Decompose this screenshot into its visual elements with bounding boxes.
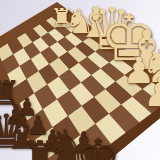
black-king[interactable]: ♚ (76, 132, 121, 161)
pieces-layer: ♜♞♝♛♚♝♞♟♜♟♟♟♟♛♝♟♟♞♜♚ (0, 0, 160, 160)
white-pawn[interactable]: ♟ (143, 72, 160, 112)
black-rook[interactable]: ♜ (21, 136, 59, 160)
chess-set-photo: ♜♞♝♛♚♝♞♟♜♟♟♟♟♛♝♟♟♞♜♚ (0, 0, 160, 160)
